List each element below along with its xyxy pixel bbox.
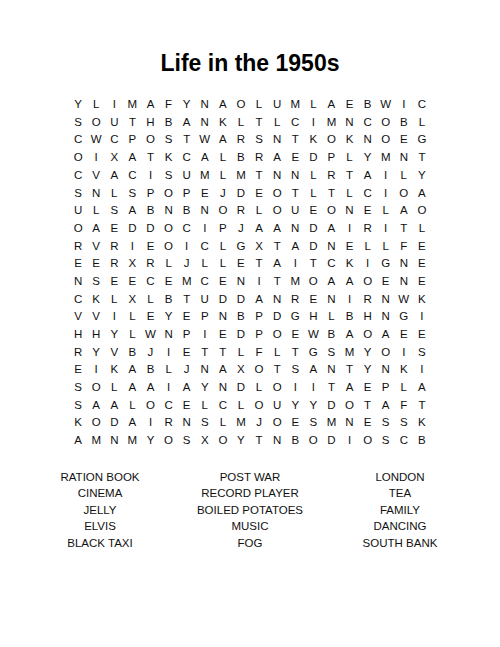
grid-cell[interactable]: C xyxy=(160,397,178,415)
grid-cell[interactable]: A xyxy=(340,326,358,344)
grid-cell[interactable]: N xyxy=(196,361,214,379)
grid-cell[interactable]: K xyxy=(160,149,178,167)
grid-cell[interactable]: N xyxy=(322,291,340,309)
grid-cell[interactable]: N xyxy=(268,291,286,309)
grid-cell[interactable]: D xyxy=(105,414,123,432)
grid-cell[interactable]: O xyxy=(69,149,87,167)
grid-cell[interactable]: E xyxy=(214,273,232,291)
grid-cell[interactable]: E xyxy=(141,238,159,256)
grid-cell[interactable]: C xyxy=(214,397,232,415)
grid-cell[interactable]: I xyxy=(304,379,322,397)
grid-cell[interactable]: C xyxy=(123,167,141,185)
grid-cell[interactable]: A xyxy=(322,220,340,238)
grid-cell[interactable]: Y xyxy=(69,96,87,114)
grid-cell[interactable]: T xyxy=(395,220,413,238)
grid-cell[interactable]: E xyxy=(232,255,250,273)
grid-cell[interactable]: M xyxy=(286,273,304,291)
grid-cell[interactable]: A xyxy=(178,379,196,397)
grid-cell[interactable]: P xyxy=(322,149,340,167)
grid-cell[interactable]: I xyxy=(413,308,431,326)
grid-cell[interactable]: S xyxy=(160,167,178,185)
grid-cell[interactable]: C xyxy=(359,114,377,132)
grid-cell[interactable]: L xyxy=(214,149,232,167)
grid-cell[interactable]: L xyxy=(322,308,340,326)
grid-cell[interactable]: C xyxy=(359,184,377,202)
grid-cell[interactable]: M xyxy=(377,149,395,167)
grid-cell[interactable]: L xyxy=(304,167,322,185)
grid-cell[interactable]: A xyxy=(214,96,232,114)
grid-cell[interactable]: E xyxy=(123,273,141,291)
grid-cell[interactable]: K xyxy=(304,131,322,149)
grid-cell[interactable]: D xyxy=(141,220,159,238)
grid-cell[interactable]: A xyxy=(123,361,141,379)
grid-cell[interactable]: I xyxy=(123,238,141,256)
grid-cell[interactable]: T xyxy=(286,184,304,202)
grid-cell[interactable]: E xyxy=(413,273,431,291)
grid-cell[interactable]: K xyxy=(395,361,413,379)
grid-cell[interactable]: A xyxy=(123,149,141,167)
grid-cell[interactable]: T xyxy=(178,131,196,149)
grid-cell[interactable]: G xyxy=(304,344,322,362)
grid-cell[interactable]: L xyxy=(268,344,286,362)
grid-cell[interactable]: O xyxy=(304,273,322,291)
grid-cell[interactable]: Y xyxy=(413,167,431,185)
grid-cell[interactable]: E xyxy=(69,361,87,379)
grid-cell[interactable]: K xyxy=(340,255,358,273)
grid-cell[interactable]: A xyxy=(69,432,87,450)
grid-cell[interactable]: S xyxy=(377,432,395,450)
grid-cell[interactable]: N xyxy=(395,149,413,167)
grid-cell[interactable]: E xyxy=(304,202,322,220)
grid-cell[interactable]: E xyxy=(395,326,413,344)
grid-cell[interactable]: W xyxy=(377,96,395,114)
grid-cell[interactable]: L xyxy=(123,308,141,326)
grid-cell[interactable]: N xyxy=(377,361,395,379)
grid-cell[interactable]: N xyxy=(268,131,286,149)
grid-cell[interactable]: A xyxy=(304,361,322,379)
grid-cell[interactable]: I xyxy=(160,379,178,397)
grid-cell[interactable]: O xyxy=(250,361,268,379)
grid-cell[interactable]: O xyxy=(395,184,413,202)
grid-cell[interactable]: T xyxy=(268,238,286,256)
grid-cell[interactable]: S xyxy=(322,344,340,362)
grid-cell[interactable]: E xyxy=(413,238,431,256)
grid-cell[interactable]: P xyxy=(214,220,232,238)
grid-cell[interactable]: X xyxy=(250,238,268,256)
grid-cell[interactable]: S xyxy=(160,131,178,149)
grid-cell[interactable]: O xyxy=(250,397,268,415)
grid-cell[interactable]: A xyxy=(250,291,268,309)
grid-cell[interactable]: I xyxy=(377,184,395,202)
grid-cell[interactable]: X xyxy=(123,291,141,309)
grid-cell[interactable]: D xyxy=(123,220,141,238)
grid-cell[interactable]: D xyxy=(304,220,322,238)
grid-cell[interactable]: H xyxy=(141,114,159,132)
grid-cell[interactable]: E xyxy=(340,96,358,114)
grid-cell[interactable]: A xyxy=(123,379,141,397)
grid-cell[interactable]: D xyxy=(232,326,250,344)
grid-cell[interactable]: E xyxy=(250,184,268,202)
grid-cell[interactable]: F xyxy=(160,96,178,114)
grid-cell[interactable]: A xyxy=(141,96,159,114)
grid-cell[interactable]: A xyxy=(340,273,358,291)
grid-cell[interactable]: O xyxy=(214,432,232,450)
grid-cell[interactable]: E xyxy=(340,238,358,256)
grid-cell[interactable]: J xyxy=(141,344,159,362)
grid-cell[interactable]: L xyxy=(304,96,322,114)
grid-cell[interactable]: R xyxy=(359,291,377,309)
grid-cell[interactable]: L xyxy=(377,202,395,220)
grid-cell[interactable]: V xyxy=(87,308,105,326)
grid-cell[interactable]: M xyxy=(232,414,250,432)
grid-cell[interactable]: T xyxy=(250,255,268,273)
grid-cell[interactable]: R xyxy=(105,255,123,273)
grid-cell[interactable]: N xyxy=(377,291,395,309)
grid-cell[interactable]: O xyxy=(322,202,340,220)
grid-cell[interactable]: L xyxy=(160,361,178,379)
grid-cell[interactable]: K xyxy=(214,114,232,132)
grid-cell[interactable]: N xyxy=(340,114,358,132)
grid-cell[interactable]: M xyxy=(123,432,141,450)
grid-cell[interactable]: L xyxy=(87,96,105,114)
grid-cell[interactable]: B xyxy=(413,432,431,450)
grid-cell[interactable]: K xyxy=(105,361,123,379)
grid-cell[interactable]: T xyxy=(250,167,268,185)
grid-cell[interactable]: E xyxy=(178,308,196,326)
grid-cell[interactable]: Y xyxy=(87,344,105,362)
grid-cell[interactable]: T xyxy=(340,361,358,379)
grid-cell[interactable]: T xyxy=(141,149,159,167)
grid-cell[interactable]: B xyxy=(322,326,340,344)
grid-cell[interactable]: C xyxy=(69,167,87,185)
grid-cell[interactable]: N xyxy=(322,238,340,256)
grid-cell[interactable]: U xyxy=(105,114,123,132)
grid-cell[interactable]: K xyxy=(413,414,431,432)
grid-cell[interactable]: B xyxy=(141,202,159,220)
grid-cell[interactable]: T xyxy=(413,149,431,167)
grid-cell[interactable]: O xyxy=(141,131,159,149)
grid-cell[interactable]: D xyxy=(232,291,250,309)
grid-cell[interactable]: F xyxy=(250,344,268,362)
grid-cell[interactable]: E xyxy=(413,255,431,273)
grid-cell[interactable]: G xyxy=(377,255,395,273)
grid-cell[interactable]: I xyxy=(395,96,413,114)
grid-cell[interactable]: O xyxy=(377,131,395,149)
grid-cell[interactable]: H xyxy=(304,308,322,326)
grid-cell[interactable]: L xyxy=(250,96,268,114)
grid-cell[interactable]: T xyxy=(359,397,377,415)
grid-cell[interactable]: P xyxy=(123,131,141,149)
grid-cell[interactable]: C xyxy=(141,273,159,291)
grid-cell[interactable]: J xyxy=(232,220,250,238)
grid-cell[interactable]: T xyxy=(123,114,141,132)
grid-cell[interactable]: A xyxy=(413,379,431,397)
grid-cell[interactable]: O xyxy=(413,202,431,220)
grid-cell[interactable]: N xyxy=(268,167,286,185)
grid-cell[interactable]: N xyxy=(160,202,178,220)
grid-cell[interactable]: A xyxy=(359,167,377,185)
grid-cell[interactable]: P xyxy=(178,184,196,202)
grid-cell[interactable]: S xyxy=(87,273,105,291)
grid-cell[interactable]: I xyxy=(87,361,105,379)
grid-cell[interactable]: S xyxy=(395,414,413,432)
grid-cell[interactable]: L xyxy=(413,220,431,238)
grid-cell[interactable]: O xyxy=(87,414,105,432)
grid-cell[interactable]: N xyxy=(214,379,232,397)
grid-cell[interactable]: X xyxy=(196,432,214,450)
grid-cell[interactable]: I xyxy=(105,96,123,114)
grid-cell[interactable]: A xyxy=(87,397,105,415)
grid-cell[interactable]: A xyxy=(105,397,123,415)
grid-cell[interactable]: M xyxy=(322,114,340,132)
grid-cell[interactable]: H xyxy=(87,326,105,344)
grid-cell[interactable]: T xyxy=(322,379,340,397)
grid-cell[interactable]: A xyxy=(105,167,123,185)
grid-cell[interactable]: A xyxy=(123,202,141,220)
grid-cell[interactable]: O xyxy=(359,432,377,450)
grid-cell[interactable]: S xyxy=(69,379,87,397)
grid-cell[interactable]: V xyxy=(87,238,105,256)
grid-cell[interactable]: R xyxy=(105,238,123,256)
grid-cell[interactable]: L xyxy=(340,149,358,167)
grid-cell[interactable]: G xyxy=(395,308,413,326)
grid-cell[interactable]: I xyxy=(340,291,358,309)
grid-cell[interactable]: L xyxy=(214,255,232,273)
grid-cell[interactable]: Y xyxy=(286,397,304,415)
grid-cell[interactable]: I xyxy=(286,379,304,397)
grid-cell[interactable]: U xyxy=(268,96,286,114)
grid-cell[interactable]: I xyxy=(196,220,214,238)
grid-cell[interactable]: L xyxy=(304,184,322,202)
grid-cell[interactable]: C xyxy=(322,255,340,273)
grid-cell[interactable]: O xyxy=(359,273,377,291)
grid-cell[interactable]: L xyxy=(377,238,395,256)
grid-cell[interactable]: S xyxy=(105,202,123,220)
grid-cell[interactable]: O xyxy=(268,414,286,432)
grid-cell[interactable]: R xyxy=(286,291,304,309)
grid-cell[interactable]: M xyxy=(286,96,304,114)
grid-cell[interactable]: X xyxy=(232,361,250,379)
grid-cell[interactable]: S xyxy=(196,414,214,432)
grid-cell[interactable]: I xyxy=(377,167,395,185)
grid-cell[interactable]: C xyxy=(286,114,304,132)
grid-cell[interactable]: N xyxy=(395,273,413,291)
grid-cell[interactable]: A xyxy=(377,397,395,415)
grid-cell[interactable]: R xyxy=(232,131,250,149)
grid-cell[interactable]: N xyxy=(196,202,214,220)
grid-cell[interactable]: A xyxy=(268,255,286,273)
grid-cell[interactable]: L xyxy=(105,379,123,397)
grid-cell[interactable]: V xyxy=(105,344,123,362)
grid-cell[interactable]: W xyxy=(395,291,413,309)
grid-cell[interactable]: E xyxy=(395,131,413,149)
grid-cell[interactable]: L xyxy=(250,379,268,397)
grid-cell[interactable]: N xyxy=(214,308,232,326)
grid-cell[interactable]: E xyxy=(286,326,304,344)
grid-cell[interactable]: N xyxy=(105,432,123,450)
grid-cell[interactable]: I xyxy=(377,220,395,238)
grid-cell[interactable]: L xyxy=(196,255,214,273)
grid-cell[interactable]: I xyxy=(286,255,304,273)
grid-cell[interactable]: L xyxy=(250,202,268,220)
grid-cell[interactable]: O xyxy=(214,202,232,220)
grid-cell[interactable]: Y xyxy=(105,326,123,344)
grid-cell[interactable]: I xyxy=(395,344,413,362)
grid-cell[interactable]: A xyxy=(214,131,232,149)
grid-cell[interactable]: A xyxy=(214,361,232,379)
grid-cell[interactable]: L xyxy=(340,184,358,202)
grid-cell[interactable]: P xyxy=(250,308,268,326)
grid-cell[interactable]: K xyxy=(69,414,87,432)
grid-cell[interactable]: X xyxy=(105,149,123,167)
grid-cell[interactable]: E xyxy=(178,344,196,362)
grid-cell[interactable]: N xyxy=(377,308,395,326)
grid-cell[interactable]: P xyxy=(141,184,159,202)
grid-cell[interactable]: O xyxy=(87,114,105,132)
grid-cell[interactable]: L xyxy=(232,114,250,132)
grid-cell[interactable]: L xyxy=(105,184,123,202)
grid-cell[interactable]: D xyxy=(304,149,322,167)
grid-cell[interactable]: G xyxy=(286,308,304,326)
grid-cell[interactable]: A xyxy=(178,114,196,132)
grid-cell[interactable]: N xyxy=(395,255,413,273)
grid-cell[interactable]: C xyxy=(413,96,431,114)
grid-cell[interactable]: E xyxy=(105,273,123,291)
grid-cell[interactable]: I xyxy=(141,414,159,432)
grid-cell[interactable]: R xyxy=(69,238,87,256)
grid-cell[interactable]: O xyxy=(160,432,178,450)
grid-cell[interactable]: S xyxy=(69,184,87,202)
grid-cell[interactable]: M xyxy=(178,273,196,291)
grid-cell[interactable]: E xyxy=(377,273,395,291)
grid-cell[interactable]: O xyxy=(322,131,340,149)
grid-cell[interactable]: P xyxy=(377,379,395,397)
grid-cell[interactable]: T xyxy=(286,131,304,149)
grid-cell[interactable]: Y xyxy=(178,96,196,114)
grid-cell[interactable]: A xyxy=(377,326,395,344)
grid-cell[interactable]: I xyxy=(250,273,268,291)
grid-cell[interactable]: I xyxy=(359,255,377,273)
grid-cell[interactable]: E xyxy=(413,326,431,344)
grid-cell[interactable]: I xyxy=(105,308,123,326)
grid-cell[interactable]: A xyxy=(123,414,141,432)
grid-cell[interactable]: S xyxy=(304,414,322,432)
grid-cell[interactable]: A xyxy=(322,96,340,114)
grid-cell[interactable]: B xyxy=(359,96,377,114)
grid-cell[interactable]: J xyxy=(178,255,196,273)
grid-cell[interactable]: I xyxy=(196,326,214,344)
grid-cell[interactable]: O xyxy=(304,432,322,450)
grid-cell[interactable]: A xyxy=(286,238,304,256)
grid-cell[interactable]: B xyxy=(232,149,250,167)
grid-cell[interactable]: N xyxy=(87,184,105,202)
grid-cell[interactable]: L xyxy=(395,167,413,185)
grid-cell[interactable]: D xyxy=(322,432,340,450)
grid-cell[interactable]: I xyxy=(160,344,178,362)
grid-cell[interactable]: Y xyxy=(196,379,214,397)
grid-cell[interactable]: Y xyxy=(304,397,322,415)
grid-cell[interactable]: I xyxy=(413,361,431,379)
grid-cell[interactable]: C xyxy=(69,291,87,309)
grid-cell[interactable]: O xyxy=(268,184,286,202)
grid-cell[interactable]: S xyxy=(250,131,268,149)
grid-cell[interactable]: R xyxy=(141,255,159,273)
grid-cell[interactable]: E xyxy=(359,379,377,397)
grid-cell[interactable]: S xyxy=(69,114,87,132)
grid-cell[interactable]: O xyxy=(268,326,286,344)
grid-cell[interactable]: A xyxy=(141,379,159,397)
grid-cell[interactable]: O xyxy=(69,220,87,238)
grid-cell[interactable]: L xyxy=(232,344,250,362)
grid-cell[interactable]: Y xyxy=(160,308,178,326)
grid-cell[interactable]: A xyxy=(395,202,413,220)
grid-cell[interactable]: Y xyxy=(359,361,377,379)
grid-cell[interactable]: D xyxy=(268,308,286,326)
grid-cell[interactable]: B xyxy=(286,432,304,450)
grid-cell[interactable]: L xyxy=(196,397,214,415)
grid-cell[interactable]: L xyxy=(123,397,141,415)
grid-cell[interactable]: H xyxy=(359,308,377,326)
grid-cell[interactable]: N xyxy=(340,202,358,220)
grid-cell[interactable]: N xyxy=(322,361,340,379)
grid-cell[interactable]: U xyxy=(69,202,87,220)
grid-cell[interactable]: O xyxy=(160,238,178,256)
grid-cell[interactable]: E xyxy=(359,414,377,432)
grid-cell[interactable]: A xyxy=(340,379,358,397)
grid-cell[interactable]: I xyxy=(87,149,105,167)
grid-cell[interactable]: B xyxy=(178,202,196,220)
grid-cell[interactable]: N xyxy=(359,131,377,149)
grid-cell[interactable]: L xyxy=(214,238,232,256)
grid-cell[interactable]: N xyxy=(160,326,178,344)
grid-cell[interactable]: I xyxy=(340,220,358,238)
grid-cell[interactable]: M xyxy=(232,167,250,185)
grid-cell[interactable]: J xyxy=(214,184,232,202)
grid-cell[interactable]: M xyxy=(340,344,358,362)
grid-cell[interactable]: L xyxy=(214,167,232,185)
grid-cell[interactable]: L xyxy=(160,255,178,273)
grid-cell[interactable]: K xyxy=(340,131,358,149)
grid-cell[interactable]: R xyxy=(69,344,87,362)
grid-cell[interactable]: K xyxy=(413,291,431,309)
grid-cell[interactable]: B xyxy=(232,308,250,326)
grid-cell[interactable]: N xyxy=(232,273,250,291)
grid-cell[interactable]: I xyxy=(141,167,159,185)
grid-cell[interactable]: L xyxy=(141,291,159,309)
grid-cell[interactable]: T xyxy=(268,273,286,291)
grid-cell[interactable]: W xyxy=(87,131,105,149)
grid-cell[interactable]: K xyxy=(87,291,105,309)
grid-cell[interactable]: L xyxy=(395,379,413,397)
grid-cell[interactable]: R xyxy=(160,414,178,432)
grid-cell[interactable]: C xyxy=(105,131,123,149)
grid-cell[interactable]: C xyxy=(395,432,413,450)
grid-cell[interactable]: A xyxy=(268,220,286,238)
grid-cell[interactable]: L xyxy=(232,397,250,415)
grid-cell[interactable]: D xyxy=(322,397,340,415)
grid-cell[interactable]: L xyxy=(214,414,232,432)
grid-cell[interactable]: R xyxy=(359,220,377,238)
grid-cell[interactable]: P xyxy=(196,308,214,326)
grid-cell[interactable]: R xyxy=(322,167,340,185)
grid-cell[interactable]: B xyxy=(340,308,358,326)
grid-cell[interactable]: A xyxy=(322,273,340,291)
grid-cell[interactable]: T xyxy=(250,114,268,132)
grid-cell[interactable]: E xyxy=(286,149,304,167)
grid-cell[interactable]: Y xyxy=(359,344,377,362)
grid-cell[interactable]: E xyxy=(304,291,322,309)
grid-cell[interactable]: N xyxy=(196,114,214,132)
